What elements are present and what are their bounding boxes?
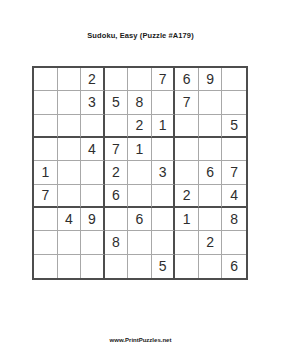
cell-r6c6 — [152, 185, 176, 208]
cell-r5c2 — [58, 161, 82, 184]
cell-r6c7: 2 — [175, 185, 199, 208]
cell-r1c2 — [58, 68, 82, 91]
cell-r6c3 — [81, 185, 105, 208]
cell-r8c5 — [128, 231, 152, 254]
cell-r1c1 — [34, 68, 58, 91]
cell-r5c3 — [81, 161, 105, 184]
cell-r1c3: 2 — [81, 68, 105, 91]
cell-r2c3: 3 — [81, 91, 105, 114]
cell-r7c3: 9 — [81, 208, 105, 231]
cell-r2c9 — [222, 91, 246, 114]
cell-r3c2 — [58, 115, 82, 138]
cell-r4c1 — [34, 138, 58, 161]
page-title: Sudoku, Easy (Puzzle #A179) — [0, 31, 281, 40]
cell-r9c2 — [58, 255, 82, 278]
cell-r4c4: 7 — [105, 138, 129, 161]
cell-r3c3 — [81, 115, 105, 138]
cell-r3c8 — [199, 115, 223, 138]
cell-r2c2 — [58, 91, 82, 114]
cell-r1c9 — [222, 68, 246, 91]
sudoku-board: 27693587215471123677624496188256 — [32, 66, 248, 280]
cell-r5c7 — [175, 161, 199, 184]
cell-r5c8: 6 — [199, 161, 223, 184]
cell-r4c6 — [152, 138, 176, 161]
cell-r7c8 — [199, 208, 223, 231]
cell-r7c1 — [34, 208, 58, 231]
cell-r1c7: 6 — [175, 68, 199, 91]
cell-r1c8: 9 — [199, 68, 223, 91]
cell-r8c4: 8 — [105, 231, 129, 254]
cell-r6c8 — [199, 185, 223, 208]
cell-r9c6: 5 — [152, 255, 176, 278]
cell-r3c7 — [175, 115, 199, 138]
cell-r9c9: 6 — [222, 255, 246, 278]
cell-r5c1: 1 — [34, 161, 58, 184]
cell-r7c6 — [152, 208, 176, 231]
cell-r7c7: 1 — [175, 208, 199, 231]
cell-r4c5: 1 — [128, 138, 152, 161]
cell-r2c6 — [152, 91, 176, 114]
cell-r7c5: 6 — [128, 208, 152, 231]
cell-r3c1 — [34, 115, 58, 138]
cell-r6c1: 7 — [34, 185, 58, 208]
cell-r4c2 — [58, 138, 82, 161]
cell-r4c8 — [199, 138, 223, 161]
cell-r5c9: 7 — [222, 161, 246, 184]
cell-r3c6: 1 — [152, 115, 176, 138]
cell-r4c3: 4 — [81, 138, 105, 161]
cell-r6c2 — [58, 185, 82, 208]
cell-r6c5 — [128, 185, 152, 208]
cell-r2c1 — [34, 91, 58, 114]
cell-r2c5: 8 — [128, 91, 152, 114]
cell-r5c4: 2 — [105, 161, 129, 184]
cell-r8c6 — [152, 231, 176, 254]
cell-r8c9 — [222, 231, 246, 254]
cell-r9c4 — [105, 255, 129, 278]
cell-r8c7 — [175, 231, 199, 254]
cell-r2c8 — [199, 91, 223, 114]
cell-r5c5 — [128, 161, 152, 184]
cell-r8c8: 2 — [199, 231, 223, 254]
cell-r4c7 — [175, 138, 199, 161]
cell-r3c9: 5 — [222, 115, 246, 138]
cell-r9c5 — [128, 255, 152, 278]
cell-r2c7: 7 — [175, 91, 199, 114]
cell-r7c2: 4 — [58, 208, 82, 231]
footer-url: www.PrintPuzzles.net — [0, 337, 281, 343]
cell-r6c4: 6 — [105, 185, 129, 208]
cell-r5c6: 3 — [152, 161, 176, 184]
cell-r9c8 — [199, 255, 223, 278]
cell-r8c2 — [58, 231, 82, 254]
cell-r7c4 — [105, 208, 129, 231]
cell-r8c3 — [81, 231, 105, 254]
cell-r6c9: 4 — [222, 185, 246, 208]
cell-r1c6: 7 — [152, 68, 176, 91]
cell-r7c9: 8 — [222, 208, 246, 231]
cell-r8c1 — [34, 231, 58, 254]
cell-r3c5: 2 — [128, 115, 152, 138]
cell-r4c9 — [222, 138, 246, 161]
cell-r1c4 — [105, 68, 129, 91]
cell-r3c4 — [105, 115, 129, 138]
cell-r9c7 — [175, 255, 199, 278]
cell-r2c4: 5 — [105, 91, 129, 114]
cell-r9c1 — [34, 255, 58, 278]
cell-r9c3 — [81, 255, 105, 278]
cell-r1c5 — [128, 68, 152, 91]
